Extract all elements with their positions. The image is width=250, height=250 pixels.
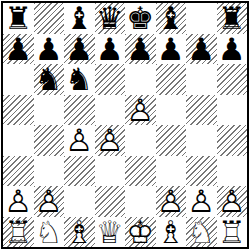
square-g8[interactable] (186, 3, 217, 34)
square-a4[interactable] (3, 125, 34, 156)
square-g4[interactable] (186, 125, 217, 156)
square-h5[interactable] (217, 95, 248, 126)
white-pawn-icon: ♟♙ (125, 95, 156, 126)
square-c2[interactable] (64, 186, 95, 217)
square-e8[interactable]: ♚ (125, 3, 156, 34)
square-f3[interactable] (156, 156, 187, 187)
square-a8[interactable]: ♜ (3, 3, 34, 34)
square-c8[interactable]: ♝ (64, 3, 95, 34)
black-queen-icon: ♛ (95, 3, 126, 34)
black-king-icon: ♚ (125, 3, 156, 34)
white-pawn-icon: ♟♙ (217, 186, 248, 217)
square-b2[interactable]: ♟♙ (34, 186, 65, 217)
white-rook-icon: ♜♖ (3, 217, 34, 248)
square-e3[interactable] (125, 156, 156, 187)
square-f6[interactable] (156, 64, 187, 95)
square-h4[interactable] (217, 125, 248, 156)
square-d1[interactable]: ♛♕ (95, 217, 126, 248)
black-pawn-icon: ♟ (3, 34, 34, 65)
square-e5[interactable]: ♟♙ (125, 95, 156, 126)
square-g3[interactable] (186, 156, 217, 187)
square-f2[interactable]: ♟♙ (156, 186, 187, 217)
square-f7[interactable]: ♟ (156, 34, 187, 65)
white-pawn-icon: ♟♙ (186, 186, 217, 217)
black-bishop-icon: ♝ (64, 3, 95, 34)
black-pawn-icon: ♟ (217, 34, 248, 65)
black-pawn-icon: ♟ (34, 34, 65, 65)
black-pawn-icon: ♟ (186, 34, 217, 65)
square-a6[interactable] (3, 64, 34, 95)
square-f1[interactable]: ♝♗ (156, 217, 187, 248)
square-d5[interactable] (95, 95, 126, 126)
white-king-icon: ♚♔ (125, 217, 156, 248)
square-h8[interactable]: ♜ (217, 3, 248, 34)
white-pawn-icon: ♟♙ (3, 186, 34, 217)
square-a1[interactable]: ♜♖ (3, 217, 34, 248)
black-bishop-icon: ♝ (156, 3, 187, 34)
square-h6[interactable] (217, 64, 248, 95)
chess-diagram: ♜♝♛♚♝♜♟♟♟♟♟♟♟♟♞♞♟♙♟♙♟♙♟♙♟♙♟♙♟♙♟♙♜♖♞♘♝♗♛♕… (0, 0, 250, 250)
black-pawn-icon: ♟ (95, 34, 126, 65)
square-a5[interactable] (3, 95, 34, 126)
square-e4[interactable] (125, 125, 156, 156)
square-d8[interactable]: ♛ (95, 3, 126, 34)
square-h3[interactable] (217, 156, 248, 187)
square-c1[interactable]: ♝♗ (64, 217, 95, 248)
white-pawn-icon: ♟♙ (156, 186, 187, 217)
white-queen-icon: ♛♕ (95, 217, 126, 248)
square-g5[interactable] (186, 95, 217, 126)
square-d2[interactable] (95, 186, 126, 217)
white-bishop-icon: ♝♗ (64, 217, 95, 248)
chess-board: ♜♝♛♚♝♜♟♟♟♟♟♟♟♟♞♞♟♙♟♙♟♙♟♙♟♙♟♙♟♙♟♙♜♖♞♘♝♗♛♕… (1, 1, 249, 249)
black-pawn-icon: ♟ (156, 34, 187, 65)
square-f8[interactable]: ♝ (156, 3, 187, 34)
square-c4[interactable]: ♟♙ (64, 125, 95, 156)
square-e7[interactable]: ♟ (125, 34, 156, 65)
square-h1[interactable]: ♜♖ (217, 217, 248, 248)
black-knight-icon: ♞ (64, 64, 95, 95)
white-pawn-icon: ♟♙ (64, 125, 95, 156)
square-g2[interactable]: ♟♙ (186, 186, 217, 217)
square-b8[interactable] (34, 3, 65, 34)
square-b6[interactable]: ♞ (34, 64, 65, 95)
square-a2[interactable]: ♟♙ (3, 186, 34, 217)
square-b3[interactable] (34, 156, 65, 187)
black-pawn-icon: ♟ (64, 34, 95, 65)
white-bishop-icon: ♝♗ (156, 217, 187, 248)
black-pawn-icon: ♟ (125, 34, 156, 65)
square-d7[interactable]: ♟ (95, 34, 126, 65)
square-f4[interactable] (156, 125, 187, 156)
square-e2[interactable] (125, 186, 156, 217)
square-f5[interactable] (156, 95, 187, 126)
square-b7[interactable]: ♟ (34, 34, 65, 65)
square-b1[interactable]: ♞♘ (34, 217, 65, 248)
square-a3[interactable] (3, 156, 34, 187)
white-knight-icon: ♞♘ (34, 217, 65, 248)
black-rook-icon: ♜ (3, 3, 34, 34)
black-knight-icon: ♞ (34, 64, 65, 95)
square-d6[interactable] (95, 64, 126, 95)
black-rook-icon: ♜ (217, 3, 248, 34)
square-g6[interactable] (186, 64, 217, 95)
square-b5[interactable] (34, 95, 65, 126)
square-h7[interactable]: ♟ (217, 34, 248, 65)
square-b4[interactable] (34, 125, 65, 156)
square-a7[interactable]: ♟ (3, 34, 34, 65)
white-knight-icon: ♞♘ (186, 217, 217, 248)
square-g1[interactable]: ♞♘ (186, 217, 217, 248)
white-pawn-icon: ♟♙ (34, 186, 65, 217)
square-e6[interactable] (125, 64, 156, 95)
square-c3[interactable] (64, 156, 95, 187)
square-d3[interactable] (95, 156, 126, 187)
square-c7[interactable]: ♟ (64, 34, 95, 65)
square-g7[interactable]: ♟ (186, 34, 217, 65)
square-h2[interactable]: ♟♙ (217, 186, 248, 217)
white-pawn-icon: ♟♙ (95, 125, 126, 156)
white-rook-icon: ♜♖ (217, 217, 248, 248)
square-d4[interactable]: ♟♙ (95, 125, 126, 156)
square-c6[interactable]: ♞ (64, 64, 95, 95)
square-c5[interactable] (64, 95, 95, 126)
square-e1[interactable]: ♚♔ (125, 217, 156, 248)
